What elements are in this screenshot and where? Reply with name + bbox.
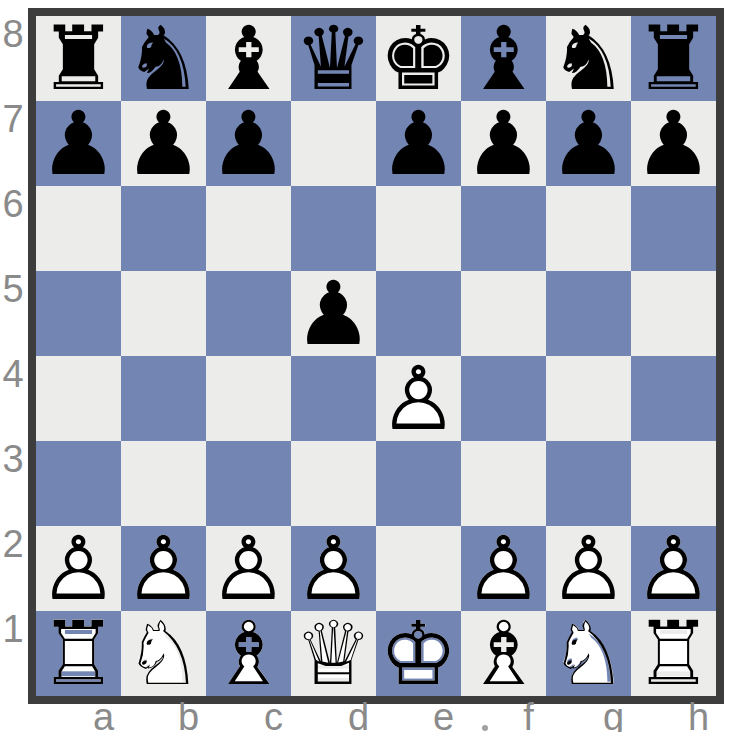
board-frame: ♜♞♝♛♚♝♞♜♟♟♟♟♟♟♟♟♟♙♟♙♟♙♟♙♟♙♟♙♟♙♟♙♜♖♞♘♝♗♛♕… xyxy=(28,8,724,704)
piece-outline-glyph: ♙ xyxy=(546,526,631,611)
file-label-c: c xyxy=(231,703,316,732)
rank-label-3: 3 xyxy=(0,417,26,502)
piece-white-pawn: ♟♙ xyxy=(461,526,546,611)
square-a8[interactable]: ♜ xyxy=(36,16,121,101)
rank-label-4: 4 xyxy=(0,332,26,417)
square-d1[interactable]: ♛♕ xyxy=(291,611,376,696)
rank-label-7: 7 xyxy=(0,77,26,162)
rank-labels: 8 7 6 5 4 3 2 1 xyxy=(0,0,26,672)
piece-white-pawn: ♟♙ xyxy=(206,526,291,611)
square-c5[interactable] xyxy=(206,271,291,356)
piece-outline-glyph: ♘ xyxy=(121,611,206,696)
piece-outline-glyph: ♕ xyxy=(291,611,376,696)
square-h5[interactable] xyxy=(631,271,716,356)
piece-white-pawn: ♟♙ xyxy=(291,526,376,611)
square-g6[interactable] xyxy=(546,186,631,271)
piece-black-pawn: ♟ xyxy=(36,101,121,186)
square-a2[interactable]: ♟♙ xyxy=(36,526,121,611)
file-label-g: g xyxy=(571,703,656,732)
file-label-a: a xyxy=(61,703,146,732)
piece-white-knight: ♞♘ xyxy=(121,611,206,696)
square-c7[interactable]: ♟ xyxy=(206,101,291,186)
file-label-b: b xyxy=(146,703,231,732)
square-a6[interactable] xyxy=(36,186,121,271)
piece-black-pawn: ♟ xyxy=(546,101,631,186)
file-label-h: h xyxy=(656,703,741,732)
piece-outline-glyph: ♙ xyxy=(291,526,376,611)
file-label-d: d xyxy=(316,703,401,732)
square-c1[interactable]: ♝♗ xyxy=(206,611,291,696)
piece-black-bishop: ♝ xyxy=(206,16,291,101)
square-h8[interactable]: ♜ xyxy=(631,16,716,101)
piece-black-pawn: ♟ xyxy=(376,101,461,186)
square-f1[interactable]: ♝♗ xyxy=(461,611,546,696)
square-a3[interactable] xyxy=(36,441,121,526)
piece-outline-glyph: ♙ xyxy=(376,356,461,441)
chess-board: ♜♞♝♛♚♝♞♜♟♟♟♟♟♟♟♟♟♙♟♙♟♙♟♙♟♙♟♙♟♙♟♙♜♖♞♘♝♗♛♕… xyxy=(36,16,716,696)
square-a7[interactable]: ♟ xyxy=(36,101,121,186)
piece-white-rook: ♜♖ xyxy=(631,611,716,696)
piece-white-pawn: ♟♙ xyxy=(121,526,206,611)
square-g4[interactable] xyxy=(546,356,631,441)
square-f6[interactable] xyxy=(461,186,546,271)
square-f2[interactable]: ♟♙ xyxy=(461,526,546,611)
square-c2[interactable]: ♟♙ xyxy=(206,526,291,611)
square-b3[interactable] xyxy=(121,441,206,526)
piece-outline-glyph: ♔ xyxy=(376,611,461,696)
square-d4[interactable] xyxy=(291,356,376,441)
square-f5[interactable] xyxy=(461,271,546,356)
square-g3[interactable] xyxy=(546,441,631,526)
piece-black-pawn: ♟ xyxy=(121,101,206,186)
square-f4[interactable] xyxy=(461,356,546,441)
piece-black-knight: ♞ xyxy=(121,16,206,101)
piece-black-queen: ♛ xyxy=(291,16,376,101)
piece-black-rook: ♜ xyxy=(36,16,121,101)
square-g7[interactable]: ♟ xyxy=(546,101,631,186)
square-a5[interactable] xyxy=(36,271,121,356)
file-label-f: f xyxy=(486,703,571,732)
square-d5[interactable]: ♟ xyxy=(291,271,376,356)
square-c8[interactable]: ♝ xyxy=(206,16,291,101)
rank-label-6: 6 xyxy=(0,162,26,247)
square-e2[interactable] xyxy=(376,526,461,611)
piece-black-pawn: ♟ xyxy=(461,101,546,186)
piece-black-pawn: ♟ xyxy=(631,101,716,186)
piece-outline-glyph: ♙ xyxy=(36,526,121,611)
square-b7[interactable]: ♟ xyxy=(121,101,206,186)
square-f8[interactable]: ♝ xyxy=(461,16,546,101)
square-b1[interactable]: ♞♘ xyxy=(121,611,206,696)
square-e7[interactable]: ♟ xyxy=(376,101,461,186)
square-g2[interactable]: ♟♙ xyxy=(546,526,631,611)
square-h1[interactable]: ♜♖ xyxy=(631,611,716,696)
square-g8[interactable]: ♞ xyxy=(546,16,631,101)
square-c6[interactable] xyxy=(206,186,291,271)
square-e3[interactable] xyxy=(376,441,461,526)
square-f7[interactable]: ♟ xyxy=(461,101,546,186)
file-labels: a b c d e f g h xyxy=(61,703,741,732)
square-c3[interactable] xyxy=(206,441,291,526)
square-c4[interactable] xyxy=(206,356,291,441)
rank-label-8: 8 xyxy=(0,0,26,77)
square-b2[interactable]: ♟♙ xyxy=(121,526,206,611)
piece-black-pawn: ♟ xyxy=(206,101,291,186)
piece-white-knight: ♞♘ xyxy=(546,611,631,696)
piece-white-bishop: ♝♗ xyxy=(206,611,291,696)
square-f3[interactable] xyxy=(461,441,546,526)
square-e4[interactable]: ♟♙ xyxy=(376,356,461,441)
square-a1[interactable]: ♜♖ xyxy=(36,611,121,696)
piece-outline-glyph: ♙ xyxy=(206,526,291,611)
piece-black-king: ♚ xyxy=(376,16,461,101)
square-d2[interactable]: ♟♙ xyxy=(291,526,376,611)
square-g1[interactable]: ♞♘ xyxy=(546,611,631,696)
square-a4[interactable] xyxy=(36,356,121,441)
square-e5[interactable] xyxy=(376,271,461,356)
square-d3[interactable] xyxy=(291,441,376,526)
square-h2[interactable]: ♟♙ xyxy=(631,526,716,611)
square-d8[interactable]: ♛ xyxy=(291,16,376,101)
square-b8[interactable]: ♞ xyxy=(121,16,206,101)
piece-outline-glyph: ♙ xyxy=(631,526,716,611)
piece-white-queen: ♛♕ xyxy=(291,611,376,696)
piece-white-pawn: ♟♙ xyxy=(376,356,461,441)
piece-outline-glyph: ♗ xyxy=(206,611,291,696)
square-h7[interactable]: ♟ xyxy=(631,101,716,186)
piece-black-rook: ♜ xyxy=(631,16,716,101)
rank-label-2: 2 xyxy=(0,502,26,587)
piece-white-pawn: ♟♙ xyxy=(36,526,121,611)
piece-outline-glyph: ♖ xyxy=(631,611,716,696)
square-b6[interactable] xyxy=(121,186,206,271)
square-g5[interactable] xyxy=(546,271,631,356)
piece-black-pawn: ♟ xyxy=(291,271,376,356)
piece-white-rook: ♜♖ xyxy=(36,611,121,696)
piece-outline-glyph: ♙ xyxy=(121,526,206,611)
file-label-e: e xyxy=(401,703,486,732)
square-e6[interactable] xyxy=(376,186,461,271)
piece-outline-glyph: ♖ xyxy=(36,611,121,696)
square-e8[interactable]: ♚ xyxy=(376,16,461,101)
chess-app: ♜♞♝♛♚♝♞♜♟♟♟♟♟♟♟♟♟♙♟♙♟♙♟♙♟♙♟♙♟♙♟♙♜♖♞♘♝♗♛♕… xyxy=(0,0,750,732)
square-e1[interactable]: ♚♔ xyxy=(376,611,461,696)
square-h4[interactable] xyxy=(631,356,716,441)
square-h3[interactable] xyxy=(631,441,716,526)
piece-black-bishop: ♝ xyxy=(461,16,546,101)
square-b5[interactable] xyxy=(121,271,206,356)
piece-white-pawn: ♟♙ xyxy=(546,526,631,611)
piece-white-king: ♚♔ xyxy=(376,611,461,696)
square-d7[interactable] xyxy=(291,101,376,186)
piece-white-bishop: ♝♗ xyxy=(461,611,546,696)
piece-outline-glyph: ♗ xyxy=(461,611,546,696)
piece-outline-glyph: ♙ xyxy=(461,526,546,611)
rank-label-5: 5 xyxy=(0,247,26,332)
square-d6[interactable] xyxy=(291,186,376,271)
rank-label-1: 1 xyxy=(0,587,26,672)
square-h6[interactable] xyxy=(631,186,716,271)
piece-black-knight: ♞ xyxy=(546,16,631,101)
piece-white-pawn: ♟♙ xyxy=(631,526,716,611)
piece-outline-glyph: ♘ xyxy=(546,611,631,696)
cursor-dot xyxy=(482,725,488,731)
square-b4[interactable] xyxy=(121,356,206,441)
